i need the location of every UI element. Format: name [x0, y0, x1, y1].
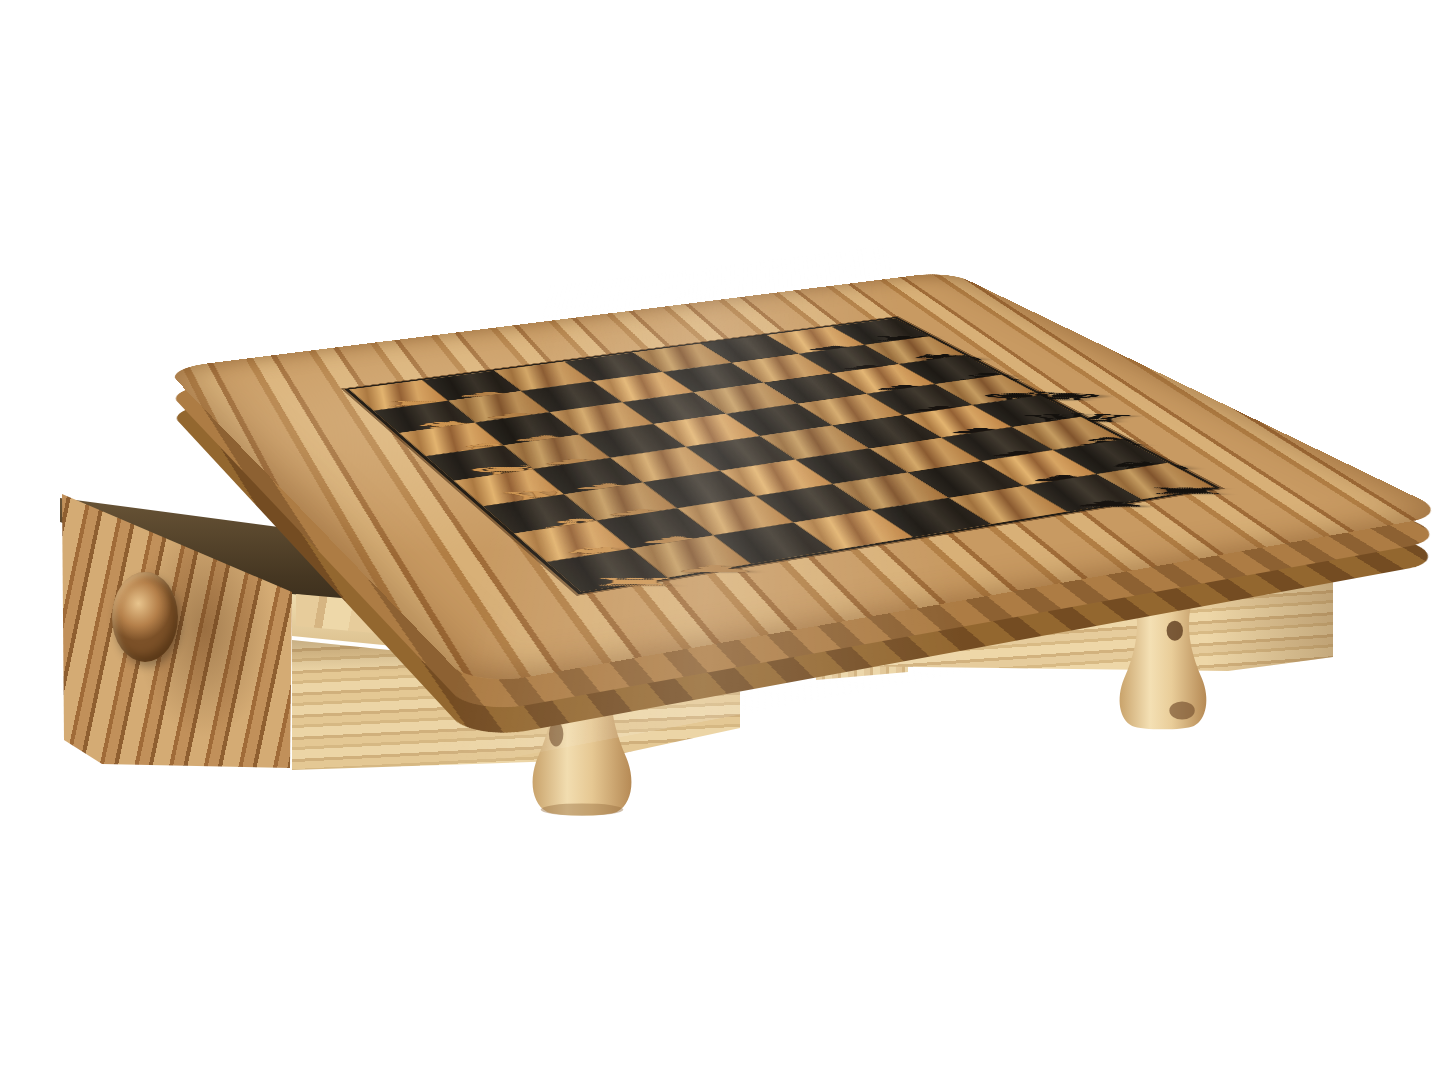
- piece-black-bishop[interactable]: ♝: [1048, 436, 1133, 446]
- piece-black-pawn[interactable]: ♟: [1062, 500, 1151, 508]
- board-slab: ♜♟♟♜♞♟♟♞♝♟♟♝♚♟♟♚♛♟♟♛♝♟♟♝♞♟♟♞♜♟♟♜: [165, 271, 1445, 686]
- piece-white-pawn[interactable]: ♟: [666, 564, 759, 573]
- square-d5[interactable]: [760, 425, 869, 459]
- piece-black-rook[interactable]: ♜: [1136, 487, 1225, 495]
- playing-area: ♜♟♟♜♞♟♟♞♝♟♟♝♚♟♟♚♛♟♟♛♝♟♟♝♞♟♟♞♜♟♟♜: [344, 317, 1220, 594]
- square-b7[interactable]: ♟: [981, 450, 1096, 486]
- chess-board: ♜♟♟♜♞♟♟♞♝♟♟♝♚♟♟♚♛♟♟♛♝♟♟♝♞♟♟♞♜♟♟♜: [165, 271, 1445, 686]
- square-f1[interactable]: ♝: [399, 422, 503, 456]
- board-perspective-space: ♜♟♟♜♞♟♟♞♝♟♟♝♚♟♟♚♛♟♟♛♝♟♟♝♞♟♟♞♜♟♟♜: [0, 0, 1445, 1084]
- board-grid: ♜♟♟♜♞♟♟♞♝♟♟♝♚♟♟♚♛♟♟♛♝♟♟♝♞♟♟♞♜♟♟♜: [349, 318, 1214, 592]
- piece-white-pawn[interactable]: ♟: [503, 435, 586, 442]
- square-c7[interactable]: ♟: [941, 427, 1053, 461]
- piece-black-queen[interactable]: ♛: [1007, 412, 1090, 423]
- square-f2[interactable]: ♟: [475, 412, 579, 445]
- square-f3[interactable]: [550, 402, 654, 434]
- chess-table-product-photo: ♜♟♟♜♞♟♟♞♝♟♟♝♚♟♟♚♛♟♟♛♝♟♟♝♞♟♟♞♜♟♟♜: [0, 0, 1445, 1084]
- square-h4[interactable]: [564, 352, 662, 381]
- piece-white-rook[interactable]: ♜: [580, 577, 674, 587]
